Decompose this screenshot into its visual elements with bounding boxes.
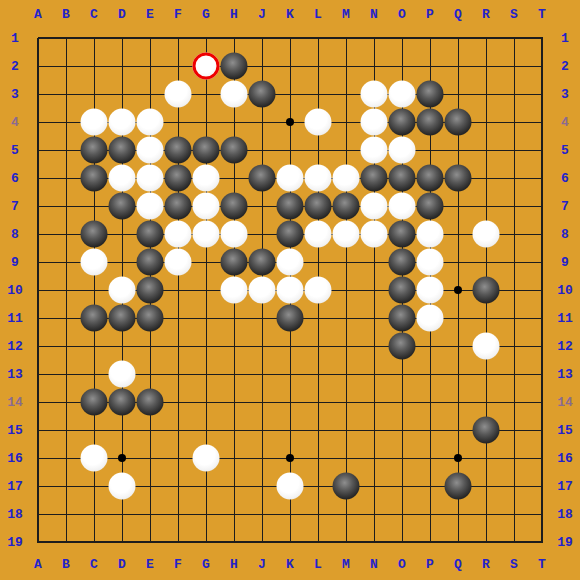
board-point-L12[interactable]: [304, 332, 332, 360]
board-point-H16[interactable]: [220, 444, 248, 472]
board-point-F4[interactable]: [164, 108, 192, 136]
board-point-G15[interactable]: [192, 416, 220, 444]
board-point-O13[interactable]: [388, 360, 416, 388]
board-point-L8[interactable]: [304, 220, 332, 248]
board-point-H18[interactable]: [220, 500, 248, 528]
board-point-C1[interactable]: [80, 24, 108, 52]
board-point-S17[interactable]: [500, 472, 528, 500]
board-point-S19[interactable]: [500, 528, 528, 556]
board-point-R8[interactable]: [472, 220, 500, 248]
board-point-P16[interactable]: [416, 444, 444, 472]
board-point-D2[interactable]: [108, 52, 136, 80]
board-point-R4[interactable]: [472, 108, 500, 136]
board-point-K7[interactable]: [276, 192, 304, 220]
board-point-R2[interactable]: [472, 52, 500, 80]
board-point-G8[interactable]: [192, 220, 220, 248]
board-point-M15[interactable]: [332, 416, 360, 444]
board-point-G1[interactable]: [192, 24, 220, 52]
board-point-B5[interactable]: [52, 136, 80, 164]
board-point-P11[interactable]: [416, 304, 444, 332]
board-point-B18[interactable]: [52, 500, 80, 528]
board-point-P4[interactable]: [416, 108, 444, 136]
board-point-O3[interactable]: [388, 80, 416, 108]
board-point-C15[interactable]: [80, 416, 108, 444]
board-point-C4[interactable]: [80, 108, 108, 136]
board-point-P12[interactable]: [416, 332, 444, 360]
board-point-S13[interactable]: [500, 360, 528, 388]
board-point-Q16[interactable]: [444, 444, 472, 472]
board-point-H11[interactable]: [220, 304, 248, 332]
board-point-P15[interactable]: [416, 416, 444, 444]
board-point-N4[interactable]: [360, 108, 388, 136]
board-point-T7[interactable]: [528, 192, 556, 220]
board-point-G5[interactable]: [192, 136, 220, 164]
board-point-E2[interactable]: [136, 52, 164, 80]
board-point-O16[interactable]: [388, 444, 416, 472]
board-point-J9[interactable]: [248, 248, 276, 276]
board-point-B14[interactable]: [52, 388, 80, 416]
board-point-D13[interactable]: [108, 360, 136, 388]
board-point-L16[interactable]: [304, 444, 332, 472]
board-point-K12[interactable]: [276, 332, 304, 360]
board-point-P8[interactable]: [416, 220, 444, 248]
board-point-N15[interactable]: [360, 416, 388, 444]
board-point-J5[interactable]: [248, 136, 276, 164]
board-point-D5[interactable]: [108, 136, 136, 164]
board-point-J3[interactable]: [248, 80, 276, 108]
board-point-F3[interactable]: [164, 80, 192, 108]
board-point-S3[interactable]: [500, 80, 528, 108]
board-point-Q3[interactable]: [444, 80, 472, 108]
board-point-Q1[interactable]: [444, 24, 472, 52]
board-point-M1[interactable]: [332, 24, 360, 52]
board-point-T3[interactable]: [528, 80, 556, 108]
board-point-J14[interactable]: [248, 388, 276, 416]
board-point-K13[interactable]: [276, 360, 304, 388]
board-point-B8[interactable]: [52, 220, 80, 248]
board-point-D19[interactable]: [108, 528, 136, 556]
board-point-M11[interactable]: [332, 304, 360, 332]
board-point-C16[interactable]: [80, 444, 108, 472]
board-point-K9[interactable]: [276, 248, 304, 276]
board-point-A16[interactable]: [24, 444, 52, 472]
board-point-S12[interactable]: [500, 332, 528, 360]
board-point-J8[interactable]: [248, 220, 276, 248]
board-point-K6[interactable]: [276, 164, 304, 192]
board-point-S10[interactable]: [500, 276, 528, 304]
board-point-R6[interactable]: [472, 164, 500, 192]
board-point-P10[interactable]: [416, 276, 444, 304]
board-point-D18[interactable]: [108, 500, 136, 528]
board-point-O19[interactable]: [388, 528, 416, 556]
board-point-C3[interactable]: [80, 80, 108, 108]
board-point-O11[interactable]: [388, 304, 416, 332]
board-point-B13[interactable]: [52, 360, 80, 388]
board-point-M14[interactable]: [332, 388, 360, 416]
board-point-O12[interactable]: [388, 332, 416, 360]
board-point-A10[interactable]: [24, 276, 52, 304]
board-point-J16[interactable]: [248, 444, 276, 472]
board-point-C12[interactable]: [80, 332, 108, 360]
board-point-O5[interactable]: [388, 136, 416, 164]
board-point-T17[interactable]: [528, 472, 556, 500]
board-point-K11[interactable]: [276, 304, 304, 332]
board-point-S15[interactable]: [500, 416, 528, 444]
board-point-K1[interactable]: [276, 24, 304, 52]
board-point-M18[interactable]: [332, 500, 360, 528]
board-point-F15[interactable]: [164, 416, 192, 444]
board-point-O8[interactable]: [388, 220, 416, 248]
board-point-M9[interactable]: [332, 248, 360, 276]
board-point-Q15[interactable]: [444, 416, 472, 444]
board-point-L15[interactable]: [304, 416, 332, 444]
board-point-J19[interactable]: [248, 528, 276, 556]
board-point-G9[interactable]: [192, 248, 220, 276]
board-point-T14[interactable]: [528, 388, 556, 416]
board-point-L19[interactable]: [304, 528, 332, 556]
board-point-L5[interactable]: [304, 136, 332, 164]
board-point-N9[interactable]: [360, 248, 388, 276]
board-point-E10[interactable]: [136, 276, 164, 304]
board-point-F8[interactable]: [164, 220, 192, 248]
board-point-D8[interactable]: [108, 220, 136, 248]
board-point-F2[interactable]: [164, 52, 192, 80]
board-point-D17[interactable]: [108, 472, 136, 500]
board-point-A17[interactable]: [24, 472, 52, 500]
board-point-G17[interactable]: [192, 472, 220, 500]
board-point-L4[interactable]: [304, 108, 332, 136]
board-point-P1[interactable]: [416, 24, 444, 52]
board-point-D9[interactable]: [108, 248, 136, 276]
board-point-G3[interactable]: [192, 80, 220, 108]
board-point-F16[interactable]: [164, 444, 192, 472]
board-point-S7[interactable]: [500, 192, 528, 220]
board-point-E11[interactable]: [136, 304, 164, 332]
board-point-E4[interactable]: [136, 108, 164, 136]
board-point-Q11[interactable]: [444, 304, 472, 332]
board-point-G6[interactable]: [192, 164, 220, 192]
board-point-N6[interactable]: [360, 164, 388, 192]
board-point-G19[interactable]: [192, 528, 220, 556]
board-point-L18[interactable]: [304, 500, 332, 528]
board-point-M17[interactable]: [332, 472, 360, 500]
board-point-H10[interactable]: [220, 276, 248, 304]
board-point-T13[interactable]: [528, 360, 556, 388]
board-point-B2[interactable]: [52, 52, 80, 80]
board-point-O4[interactable]: [388, 108, 416, 136]
board-point-L6[interactable]: [304, 164, 332, 192]
board-point-J10[interactable]: [248, 276, 276, 304]
board-point-N17[interactable]: [360, 472, 388, 500]
board-point-C13[interactable]: [80, 360, 108, 388]
board-point-B17[interactable]: [52, 472, 80, 500]
board-point-K17[interactable]: [276, 472, 304, 500]
board-point-G4[interactable]: [192, 108, 220, 136]
board-point-R15[interactable]: [472, 416, 500, 444]
board-point-G7[interactable]: [192, 192, 220, 220]
board-point-R14[interactable]: [472, 388, 500, 416]
board-point-E7[interactable]: [136, 192, 164, 220]
board-point-Q2[interactable]: [444, 52, 472, 80]
board-point-K18[interactable]: [276, 500, 304, 528]
board-point-B6[interactable]: [52, 164, 80, 192]
board-point-E6[interactable]: [136, 164, 164, 192]
board-point-J13[interactable]: [248, 360, 276, 388]
board-point-C9[interactable]: [80, 248, 108, 276]
board-point-M13[interactable]: [332, 360, 360, 388]
board-point-L9[interactable]: [304, 248, 332, 276]
board-point-P17[interactable]: [416, 472, 444, 500]
board-point-F17[interactable]: [164, 472, 192, 500]
board-point-D7[interactable]: [108, 192, 136, 220]
board-point-O2[interactable]: [388, 52, 416, 80]
board-point-F5[interactable]: [164, 136, 192, 164]
board-point-P6[interactable]: [416, 164, 444, 192]
board-point-B1[interactable]: [52, 24, 80, 52]
board-point-Q10[interactable]: [444, 276, 472, 304]
board-point-O18[interactable]: [388, 500, 416, 528]
board-point-K5[interactable]: [276, 136, 304, 164]
board-point-T16[interactable]: [528, 444, 556, 472]
board-point-L11[interactable]: [304, 304, 332, 332]
board-point-H19[interactable]: [220, 528, 248, 556]
board-point-Q19[interactable]: [444, 528, 472, 556]
board-point-J17[interactable]: [248, 472, 276, 500]
board-point-O10[interactable]: [388, 276, 416, 304]
board-point-A12[interactable]: [24, 332, 52, 360]
board-point-O14[interactable]: [388, 388, 416, 416]
board-point-N1[interactable]: [360, 24, 388, 52]
board-point-C18[interactable]: [80, 500, 108, 528]
board-point-A3[interactable]: [24, 80, 52, 108]
board-point-R3[interactable]: [472, 80, 500, 108]
board-point-C7[interactable]: [80, 192, 108, 220]
board-point-M7[interactable]: [332, 192, 360, 220]
board-point-Q18[interactable]: [444, 500, 472, 528]
board-point-Q13[interactable]: [444, 360, 472, 388]
board-point-T15[interactable]: [528, 416, 556, 444]
board-point-M8[interactable]: [332, 220, 360, 248]
board-point-A19[interactable]: [24, 528, 52, 556]
board-point-M5[interactable]: [332, 136, 360, 164]
board-point-S4[interactable]: [500, 108, 528, 136]
board-point-A9[interactable]: [24, 248, 52, 276]
board-point-D12[interactable]: [108, 332, 136, 360]
board-point-H3[interactable]: [220, 80, 248, 108]
board-point-K10[interactable]: [276, 276, 304, 304]
board-point-E17[interactable]: [136, 472, 164, 500]
board-point-B15[interactable]: [52, 416, 80, 444]
board-point-R7[interactable]: [472, 192, 500, 220]
board-point-M12[interactable]: [332, 332, 360, 360]
board-point-O6[interactable]: [388, 164, 416, 192]
board-point-S16[interactable]: [500, 444, 528, 472]
board-point-T19[interactable]: [528, 528, 556, 556]
board-point-R18[interactable]: [472, 500, 500, 528]
board-point-D1[interactable]: [108, 24, 136, 52]
board-point-G2[interactable]: [192, 52, 220, 80]
board-point-P18[interactable]: [416, 500, 444, 528]
board-point-E1[interactable]: [136, 24, 164, 52]
board-point-J6[interactable]: [248, 164, 276, 192]
board-point-T11[interactable]: [528, 304, 556, 332]
board-point-B16[interactable]: [52, 444, 80, 472]
board-point-T5[interactable]: [528, 136, 556, 164]
board-point-O1[interactable]: [388, 24, 416, 52]
board-point-A6[interactable]: [24, 164, 52, 192]
board-point-H12[interactable]: [220, 332, 248, 360]
board-point-N11[interactable]: [360, 304, 388, 332]
board-point-D11[interactable]: [108, 304, 136, 332]
board-point-F6[interactable]: [164, 164, 192, 192]
board-point-K14[interactable]: [276, 388, 304, 416]
board-point-A14[interactable]: [24, 388, 52, 416]
board-point-L2[interactable]: [304, 52, 332, 80]
board-point-E14[interactable]: [136, 388, 164, 416]
board-point-B7[interactable]: [52, 192, 80, 220]
board-point-A1[interactable]: [24, 24, 52, 52]
board-point-Q12[interactable]: [444, 332, 472, 360]
board-point-M4[interactable]: [332, 108, 360, 136]
board-point-A5[interactable]: [24, 136, 52, 164]
board-point-Q14[interactable]: [444, 388, 472, 416]
board-point-F10[interactable]: [164, 276, 192, 304]
board-point-F19[interactable]: [164, 528, 192, 556]
board-point-F7[interactable]: [164, 192, 192, 220]
board-point-J2[interactable]: [248, 52, 276, 80]
board-point-C5[interactable]: [80, 136, 108, 164]
board-point-S8[interactable]: [500, 220, 528, 248]
board-point-K15[interactable]: [276, 416, 304, 444]
board-point-K3[interactable]: [276, 80, 304, 108]
board-point-S6[interactable]: [500, 164, 528, 192]
board-point-O7[interactable]: [388, 192, 416, 220]
board-point-R12[interactable]: [472, 332, 500, 360]
board-point-L17[interactable]: [304, 472, 332, 500]
board-point-A2[interactable]: [24, 52, 52, 80]
board-point-L14[interactable]: [304, 388, 332, 416]
board-point-O17[interactable]: [388, 472, 416, 500]
board-point-E15[interactable]: [136, 416, 164, 444]
board-point-R17[interactable]: [472, 472, 500, 500]
board-point-C11[interactable]: [80, 304, 108, 332]
board-point-R10[interactable]: [472, 276, 500, 304]
board-point-P13[interactable]: [416, 360, 444, 388]
board-point-N13[interactable]: [360, 360, 388, 388]
board-point-M2[interactable]: [332, 52, 360, 80]
board-point-D6[interactable]: [108, 164, 136, 192]
board-point-N7[interactable]: [360, 192, 388, 220]
board-point-O15[interactable]: [388, 416, 416, 444]
board-point-S1[interactable]: [500, 24, 528, 52]
board-point-E8[interactable]: [136, 220, 164, 248]
board-point-J12[interactable]: [248, 332, 276, 360]
board-point-H5[interactable]: [220, 136, 248, 164]
board-point-A18[interactable]: [24, 500, 52, 528]
board-point-L7[interactable]: [304, 192, 332, 220]
board-point-T18[interactable]: [528, 500, 556, 528]
board-point-O9[interactable]: [388, 248, 416, 276]
board-point-Q9[interactable]: [444, 248, 472, 276]
board-point-E16[interactable]: [136, 444, 164, 472]
board-point-S5[interactable]: [500, 136, 528, 164]
board-point-S18[interactable]: [500, 500, 528, 528]
board-point-S9[interactable]: [500, 248, 528, 276]
board-point-H7[interactable]: [220, 192, 248, 220]
board-point-T12[interactable]: [528, 332, 556, 360]
board-point-H8[interactable]: [220, 220, 248, 248]
board-point-P19[interactable]: [416, 528, 444, 556]
board-point-G13[interactable]: [192, 360, 220, 388]
board-point-E18[interactable]: [136, 500, 164, 528]
board-point-C6[interactable]: [80, 164, 108, 192]
board-point-N14[interactable]: [360, 388, 388, 416]
board-point-N8[interactable]: [360, 220, 388, 248]
board-point-E12[interactable]: [136, 332, 164, 360]
board-point-H14[interactable]: [220, 388, 248, 416]
board-point-Q4[interactable]: [444, 108, 472, 136]
board-point-M3[interactable]: [332, 80, 360, 108]
board-point-J1[interactable]: [248, 24, 276, 52]
board-point-T4[interactable]: [528, 108, 556, 136]
board-point-Q5[interactable]: [444, 136, 472, 164]
board-point-H2[interactable]: [220, 52, 248, 80]
board-point-R1[interactable]: [472, 24, 500, 52]
board-point-R9[interactable]: [472, 248, 500, 276]
board-point-A8[interactable]: [24, 220, 52, 248]
board-point-T9[interactable]: [528, 248, 556, 276]
board-point-D16[interactable]: [108, 444, 136, 472]
board-point-K19[interactable]: [276, 528, 304, 556]
board-point-G11[interactable]: [192, 304, 220, 332]
board-point-H17[interactable]: [220, 472, 248, 500]
board-point-C17[interactable]: [80, 472, 108, 500]
board-point-N5[interactable]: [360, 136, 388, 164]
board-point-H9[interactable]: [220, 248, 248, 276]
board-point-M19[interactable]: [332, 528, 360, 556]
board-point-H13[interactable]: [220, 360, 248, 388]
board-point-F12[interactable]: [164, 332, 192, 360]
board-point-L3[interactable]: [304, 80, 332, 108]
board-point-E3[interactable]: [136, 80, 164, 108]
board-point-P5[interactable]: [416, 136, 444, 164]
board-point-G12[interactable]: [192, 332, 220, 360]
board-point-F11[interactable]: [164, 304, 192, 332]
board-point-T1[interactable]: [528, 24, 556, 52]
board-point-J7[interactable]: [248, 192, 276, 220]
board-point-B12[interactable]: [52, 332, 80, 360]
board-point-H15[interactable]: [220, 416, 248, 444]
board-point-C2[interactable]: [80, 52, 108, 80]
board-point-C10[interactable]: [80, 276, 108, 304]
board-point-F14[interactable]: [164, 388, 192, 416]
board-point-E19[interactable]: [136, 528, 164, 556]
board-point-C19[interactable]: [80, 528, 108, 556]
board-point-K4[interactable]: [276, 108, 304, 136]
board-point-P7[interactable]: [416, 192, 444, 220]
board-point-S11[interactable]: [500, 304, 528, 332]
board-point-B4[interactable]: [52, 108, 80, 136]
board-point-G14[interactable]: [192, 388, 220, 416]
board-point-T6[interactable]: [528, 164, 556, 192]
board-point-L10[interactable]: [304, 276, 332, 304]
board-point-B3[interactable]: [52, 80, 80, 108]
board-point-G10[interactable]: [192, 276, 220, 304]
board-point-D3[interactable]: [108, 80, 136, 108]
board-point-T8[interactable]: [528, 220, 556, 248]
board-point-M16[interactable]: [332, 444, 360, 472]
board-point-N18[interactable]: [360, 500, 388, 528]
